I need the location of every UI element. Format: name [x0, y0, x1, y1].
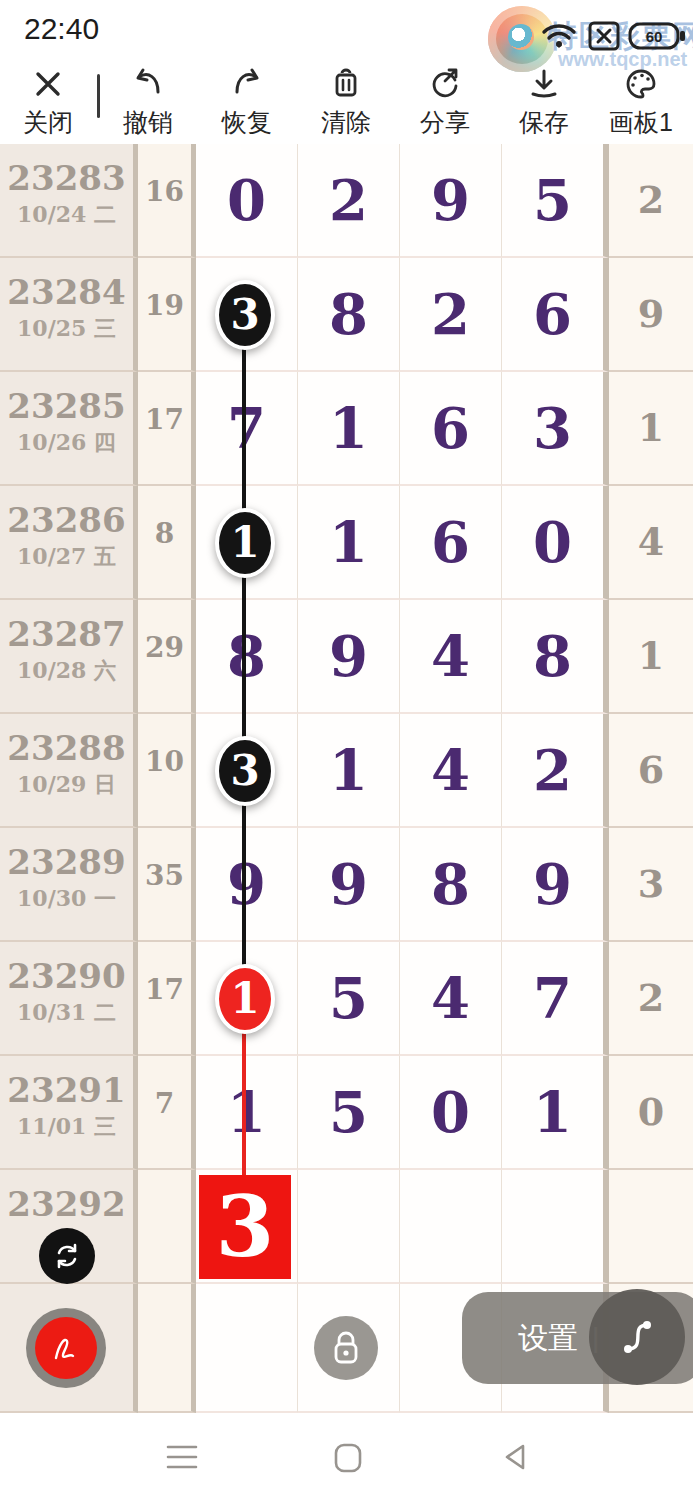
digit-cell[interactable]: 1 [502, 1056, 609, 1170]
save-button[interactable]: 保存 [499, 66, 589, 139]
digit-cell[interactable]: 9 [298, 600, 400, 714]
toolbar-divider [97, 74, 100, 118]
back-button[interactable] [498, 1441, 532, 1473]
tail-cell: 4 [609, 486, 693, 600]
digit-cell[interactable]: 4 [400, 714, 502, 828]
count-cell: 16 [138, 144, 196, 258]
issue-cell: 2328810/29 日 [0, 714, 138, 828]
tail-cell: 9 [609, 258, 693, 372]
issue-cell: 2328510/26 四 [0, 372, 138, 486]
tail-cell: 1 [609, 600, 693, 714]
draw-pen-button[interactable] [26, 1308, 106, 1388]
home-button[interactable] [331, 1441, 365, 1475]
undo-button[interactable]: 撤销 [103, 66, 193, 139]
issue-cell: 2328610/27 五 [0, 486, 138, 600]
issue-cell: 2328410/25 三 [0, 258, 138, 372]
issue-number: 23284 [0, 274, 133, 310]
count-cell: 19 [138, 258, 196, 372]
issue-cell: 2328910/30 一 [0, 828, 138, 942]
undo-icon [130, 66, 166, 102]
digit-cell[interactable]: 7 [196, 372, 298, 486]
table-row: 2329111/01 三715010 [0, 1056, 693, 1170]
issue-cell: 2328710/28 六 [0, 600, 138, 714]
issue-number: 23290 [0, 958, 133, 994]
palette-icon [623, 66, 659, 102]
digit-cell[interactable]: 1 [298, 486, 400, 600]
tail-cell: 2 [609, 144, 693, 258]
digit-cell[interactable]: 1 [196, 1056, 298, 1170]
digit-cell[interactable] [502, 1170, 609, 1284]
digit-cell[interactable] [298, 1170, 400, 1284]
digit-cell[interactable]: 6 [502, 258, 609, 372]
digit-cell[interactable]: 9 [400, 144, 502, 258]
issue-number: 23288 [0, 730, 133, 766]
table-row: 23292 [0, 1170, 693, 1284]
refresh-button[interactable] [39, 1228, 95, 1284]
close-icon [30, 66, 66, 102]
s-curve-icon [611, 1311, 663, 1363]
digit-cell[interactable]: 9 [298, 828, 400, 942]
digit-cell[interactable]: 6 [400, 372, 502, 486]
count-cell: 10 [138, 714, 196, 828]
draw-date: 10/31 二 [0, 998, 133, 1028]
redo-button[interactable]: 恢复 [202, 66, 292, 139]
count-cell: 7 [138, 1056, 196, 1170]
close-button[interactable]: 关闭 [3, 66, 93, 139]
app-screen: { "game": "lottery trend chart (3D lotte… [0, 0, 693, 1500]
tail-cell: 2 [609, 942, 693, 1056]
android-navbar [0, 1413, 693, 1500]
issue-number: 23285 [0, 388, 133, 424]
digit-cell[interactable]: 1 [298, 714, 400, 828]
table-row: 2328310/24 二1602952 [0, 144, 693, 258]
table-row: 2329010/31 二175472 [0, 942, 693, 1056]
draw-date: 10/26 四 [0, 428, 133, 458]
digit-cell[interactable]: 5 [502, 144, 609, 258]
table-row: 2328710/28 六2989481 [0, 600, 693, 714]
status-time: 22:40 [24, 12, 99, 46]
digit-cell[interactable]: 3 [502, 372, 609, 486]
table-row: 2328910/30 一3599893 [0, 828, 693, 942]
digit-cell[interactable]: 6 [400, 486, 502, 600]
tail-cell: 6 [609, 714, 693, 828]
issue-number: 23289 [0, 844, 133, 880]
issue-number: 23286 [0, 502, 133, 538]
table-row: 2328810/29 日101426 [0, 714, 693, 828]
digit-cell[interactable]: 2 [298, 144, 400, 258]
issue-cell: 2328310/24 二 [0, 144, 138, 258]
draw-date: 10/27 五 [0, 542, 133, 572]
no-sim-icon [586, 20, 622, 52]
digit-cell[interactable] [400, 1170, 502, 1284]
battery-icon: 60 [628, 20, 688, 50]
issue-number: 23287 [0, 616, 133, 652]
digit-cell[interactable]: 4 [400, 942, 502, 1056]
table-row: 2328510/26 四1771631 [0, 372, 693, 486]
digit-cell[interactable]: 8 [298, 258, 400, 372]
trend-marker-circle[interactable]: 3 [215, 280, 275, 350]
trend-marker-circle[interactable]: 3 [215, 736, 275, 806]
table-row: 2328410/25 三198269 [0, 258, 693, 372]
lock-button[interactable] [314, 1316, 378, 1380]
count-cell [138, 1170, 196, 1284]
issue-cell: 2329111/01 三 [0, 1056, 138, 1170]
trash-icon [328, 66, 364, 102]
svg-text:60: 60 [646, 28, 663, 45]
share-button[interactable]: 分享 [400, 66, 490, 139]
spline-handle-button[interactable] [589, 1289, 685, 1385]
issue-number: 23291 [0, 1072, 133, 1108]
settings-bar[interactable]: 设置 | [462, 1292, 693, 1384]
digit-cell[interactable]: 4 [400, 600, 502, 714]
draw-date: 10/25 三 [0, 314, 133, 344]
draw-date: 10/29 日 [0, 770, 133, 800]
trend-table: 2328310/24 二16029522328410/25 三198269232… [0, 144, 693, 1413]
issue-number: 23283 [0, 160, 133, 196]
menu-button[interactable] [163, 1441, 201, 1473]
digit-cell[interactable]: 0 [196, 144, 298, 258]
wifi-icon [540, 20, 578, 54]
digit-cell[interactable]: 9 [502, 828, 609, 942]
redo-icon [229, 66, 265, 102]
download-icon [526, 66, 562, 102]
tail-cell: 1 [609, 372, 693, 486]
digit-cell[interactable]: 0 [502, 486, 609, 600]
digit-cell[interactable]: 2 [400, 258, 502, 372]
issue-number: 23292 [0, 1186, 133, 1222]
digit-cell[interactable]: 8 [502, 600, 609, 714]
empty-cell [196, 1284, 298, 1413]
count-cell: 17 [138, 942, 196, 1056]
board-button[interactable]: 画板1 [596, 66, 686, 139]
count-cell: 8 [138, 486, 196, 600]
tail-cell [609, 1170, 693, 1284]
digit-cell[interactable]: 0 [400, 1056, 502, 1170]
lock-icon [328, 1329, 364, 1367]
share-icon [427, 66, 463, 102]
issue-cell: 23292 [0, 1170, 138, 1284]
table-row: 2328610/27 五81604 [0, 486, 693, 600]
digit-cell[interactable]: 5 [298, 1056, 400, 1170]
draw-date: 10/30 一 [0, 884, 133, 914]
empty-cell [138, 1284, 196, 1413]
draw-date: 10/24 二 [0, 200, 133, 230]
clear-button[interactable]: 清除 [301, 66, 391, 139]
tail-cell: 3 [609, 828, 693, 942]
digit-cell[interactable]: 1 [298, 372, 400, 486]
settings-label: 设置 [518, 1318, 578, 1359]
digit-cell[interactable]: 8 [196, 600, 298, 714]
digit-cell[interactable]: 5 [298, 942, 400, 1056]
digit-cell[interactable]: 2 [502, 714, 609, 828]
count-cell: 17 [138, 372, 196, 486]
trend-marker-circle[interactable]: 1 [215, 508, 275, 578]
trend-marker-circle[interactable]: 1 [215, 964, 275, 1034]
digit-cell[interactable]: 7 [502, 942, 609, 1056]
trend-marker-square[interactable]: 3 [199, 1175, 291, 1279]
draw-date: 10/28 六 [0, 656, 133, 686]
pen-red-circle [35, 1317, 97, 1379]
tail-cell: 0 [609, 1056, 693, 1170]
issue-cell: 2329010/31 二 [0, 942, 138, 1056]
digit-cell[interactable]: 9 [196, 828, 298, 942]
digit-cell[interactable]: 8 [400, 828, 502, 942]
count-cell: 29 [138, 600, 196, 714]
scribble-icon [46, 1328, 86, 1368]
draw-date: 11/01 三 [0, 1112, 133, 1142]
count-cell: 35 [138, 828, 196, 942]
